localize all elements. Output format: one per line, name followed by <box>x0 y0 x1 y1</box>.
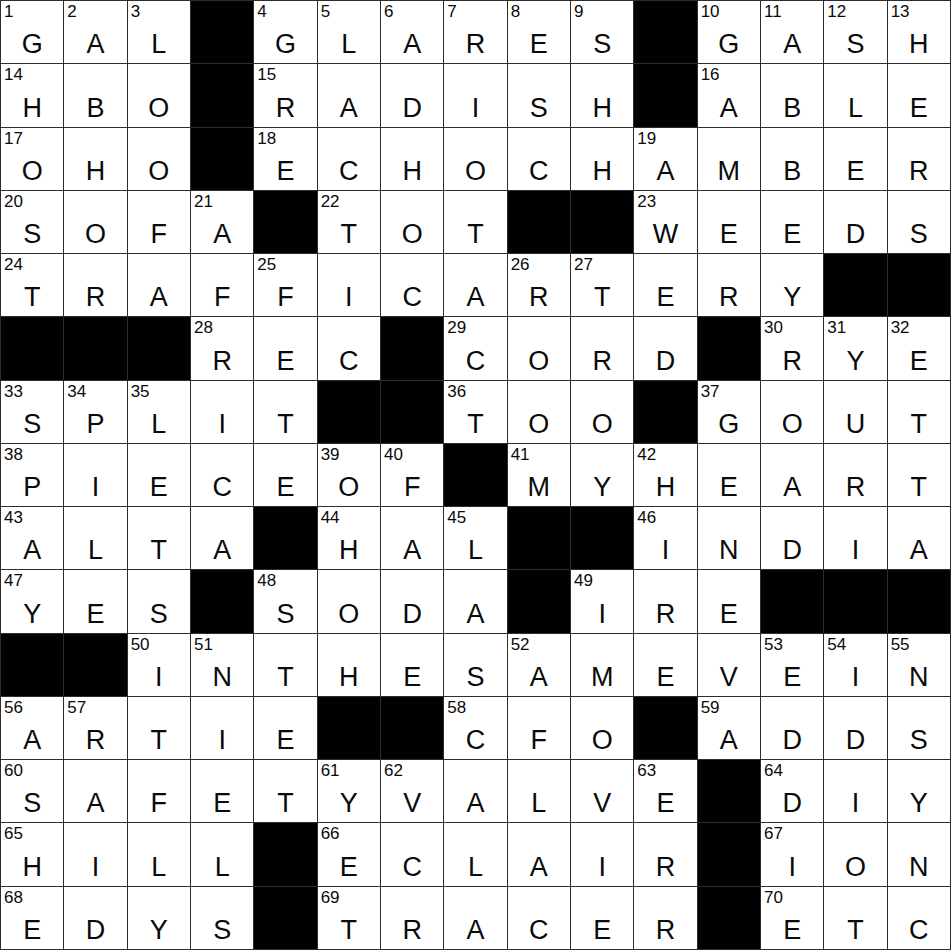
cell-r5c8[interactable]: A <box>444 254 506 316</box>
cell-r8c10[interactable]: Y <box>571 444 633 506</box>
cell-letter: E <box>254 474 316 501</box>
cell-r6c8[interactable]: 29C <box>444 317 506 379</box>
black-cell-r12c6 <box>318 697 380 759</box>
cell-letter: A <box>64 790 126 817</box>
cell-r15c7[interactable]: R <box>381 887 443 949</box>
clue-number: 33 <box>4 383 23 400</box>
cell-r14c6[interactable]: 66E <box>318 823 380 885</box>
cell-letter: S <box>191 917 253 944</box>
cell-r5c1[interactable]: 24T <box>1 254 63 316</box>
cell-r13c15[interactable]: Y <box>888 760 950 822</box>
cell-r4c6[interactable]: 22T <box>318 191 380 253</box>
cell-letter: E <box>634 284 696 311</box>
cell-letter: T <box>128 537 190 564</box>
cell-r10c5[interactable]: 48S <box>254 570 316 632</box>
cell-r8c7[interactable]: 40F <box>381 444 443 506</box>
cell-r11c9[interactable]: 52A <box>508 634 570 696</box>
cell-letter: O <box>1 158 63 185</box>
cell-r11c4[interactable]: 51N <box>191 634 253 696</box>
cell-r3c15[interactable]: R <box>888 128 950 190</box>
cell-letter: T <box>254 790 316 817</box>
cell-r10c1[interactable]: 47Y <box>1 570 63 632</box>
cell-r15c6[interactable]: 69T <box>318 887 380 949</box>
cell-letter: D <box>824 727 886 754</box>
cell-letter: O <box>128 95 190 122</box>
cell-r8c15[interactable]: T <box>888 444 950 506</box>
cell-letter: H <box>381 158 443 185</box>
clue-number: 39 <box>321 446 340 463</box>
cell-r7c1[interactable]: 33S <box>1 381 63 443</box>
cell-letter: A <box>64 31 126 58</box>
cell-r4c7[interactable]: O <box>381 191 443 253</box>
cell-r3c5[interactable]: 18E <box>254 128 316 190</box>
cell-letter: O <box>824 854 886 881</box>
cell-letter: A <box>761 31 823 58</box>
cell-r2c15[interactable]: E <box>888 64 950 126</box>
cell-letter: A <box>191 537 253 564</box>
cell-letter: E <box>381 664 443 691</box>
cell-letter: T <box>254 411 316 438</box>
cell-r4c3[interactable]: F <box>128 191 190 253</box>
cell-letter: T <box>444 411 506 438</box>
cell-r8c4[interactable]: C <box>191 444 253 506</box>
cell-r11c13[interactable]: 53E <box>761 634 823 696</box>
cell-r15c2[interactable]: D <box>64 887 126 949</box>
cell-r14c8[interactable]: L <box>444 823 506 885</box>
cell-r7c4[interactable]: I <box>191 381 253 443</box>
black-cell-r9c9 <box>508 507 570 569</box>
black-cell-r5c14 <box>824 254 886 316</box>
cell-r13c10[interactable]: V <box>571 760 633 822</box>
cell-letter: R <box>191 348 253 375</box>
cell-r13c2[interactable]: A <box>64 760 126 822</box>
cell-r12c15[interactable]: S <box>888 697 950 759</box>
clue-number: 17 <box>4 130 23 147</box>
cell-r13c5[interactable]: T <box>254 760 316 822</box>
cell-r12c9[interactable]: F <box>508 697 570 759</box>
cell-r11c14[interactable]: 54I <box>824 634 886 696</box>
cell-r10c2[interactable]: E <box>64 570 126 632</box>
cell-r11c3[interactable]: 50I <box>128 634 190 696</box>
cell-letter: O <box>508 411 570 438</box>
cell-letter: T <box>318 917 380 944</box>
cell-r5c5[interactable]: 25F <box>254 254 316 316</box>
cell-r1c2[interactable]: 2A <box>64 1 126 63</box>
cell-r3c12[interactable]: M <box>698 128 760 190</box>
clue-number: 20 <box>4 193 23 210</box>
cell-r9c3[interactable]: T <box>128 507 190 569</box>
cell-letter: F <box>128 221 190 248</box>
cell-r14c13[interactable]: 67I <box>761 823 823 885</box>
cell-r15c3[interactable]: Y <box>128 887 190 949</box>
cell-letter: L <box>318 31 380 58</box>
cell-r11c5[interactable]: T <box>254 634 316 696</box>
cell-r4c13[interactable]: E <box>761 191 823 253</box>
cell-r1c15[interactable]: 13H <box>888 1 950 63</box>
cell-r11c12[interactable]: V <box>698 634 760 696</box>
clue-number: 11 <box>764 3 782 20</box>
cell-r6c15[interactable]: 32E <box>888 317 950 379</box>
cell-r9c14[interactable]: I <box>824 507 886 569</box>
cell-r12c2[interactable]: 57R <box>64 697 126 759</box>
cell-r4c15[interactable]: S <box>888 191 950 253</box>
cell-letter: E <box>761 664 823 691</box>
cell-r15c10[interactable]: E <box>571 887 633 949</box>
cell-letter: B <box>761 158 823 185</box>
cell-letter: A <box>1 727 63 754</box>
cell-r1c1[interactable]: 1G <box>1 1 63 63</box>
cell-r11c8[interactable]: S <box>444 634 506 696</box>
cell-r7c9[interactable]: O <box>508 381 570 443</box>
cell-r3c13[interactable]: B <box>761 128 823 190</box>
cell-r8c3[interactable]: E <box>128 444 190 506</box>
cell-r7c10[interactable]: O <box>571 381 633 443</box>
cell-r4c4[interactable]: 21A <box>191 191 253 253</box>
cell-r6c13[interactable]: 30R <box>761 317 823 379</box>
cell-r7c15[interactable]: T <box>888 381 950 443</box>
cell-r3c3[interactable]: O <box>128 128 190 190</box>
cell-r9c13[interactable]: D <box>761 507 823 569</box>
clue-number: 61 <box>321 762 340 779</box>
cell-r13c1[interactable]: 60S <box>1 760 63 822</box>
cell-r12c4[interactable]: I <box>191 697 253 759</box>
cell-r14c7[interactable]: C <box>381 823 443 885</box>
cell-r5c7[interactable]: C <box>381 254 443 316</box>
cell-r8c1[interactable]: 38P <box>1 444 63 506</box>
cell-r10c11[interactable]: R <box>634 570 696 632</box>
cell-r2c2[interactable]: B <box>64 64 126 126</box>
cell-r10c10[interactable]: 49I <box>571 570 633 632</box>
clue-number: 22 <box>321 193 340 210</box>
cell-r9c6[interactable]: 44H <box>318 507 380 569</box>
cell-letter: I <box>128 664 190 691</box>
cell-letter: I <box>191 727 253 754</box>
clue-number: 35 <box>131 383 150 400</box>
cell-r12c8[interactable]: 58C <box>444 697 506 759</box>
cell-r15c13[interactable]: 70E <box>761 887 823 949</box>
cell-r3c6[interactable]: C <box>318 128 380 190</box>
cell-r5c3[interactable]: A <box>128 254 190 316</box>
cell-r9c12[interactable]: N <box>698 507 760 569</box>
cell-letter: E <box>1 917 63 944</box>
cell-r1c12[interactable]: 10G <box>698 1 760 63</box>
cell-r3c8[interactable]: O <box>444 128 506 190</box>
cell-r1c5[interactable]: 4G <box>254 1 316 63</box>
cell-letter: I <box>191 411 253 438</box>
black-cell-r12c11 <box>634 697 696 759</box>
clue-number: 9 <box>574 3 583 20</box>
cell-letter: S <box>128 601 190 628</box>
cell-r4c8[interactable]: T <box>444 191 506 253</box>
cell-r4c2[interactable]: O <box>64 191 126 253</box>
cell-r10c6[interactable]: O <box>318 570 380 632</box>
clue-number: 51 <box>194 636 213 653</box>
cell-r11c10[interactable]: M <box>571 634 633 696</box>
clue-number: 47 <box>4 572 23 589</box>
cell-r1c6[interactable]: 5L <box>318 1 380 63</box>
cell-letter: Y <box>318 790 380 817</box>
cell-r6c14[interactable]: 31Y <box>824 317 886 379</box>
cell-r13c4[interactable]: E <box>191 760 253 822</box>
cell-r12c1[interactable]: 56A <box>1 697 63 759</box>
cell-r14c3[interactable]: L <box>128 823 190 885</box>
cell-letter: O <box>444 158 506 185</box>
cell-r5c6[interactable]: I <box>318 254 380 316</box>
cell-r14c11[interactable]: R <box>634 823 696 885</box>
cell-letter: R <box>634 854 696 881</box>
cell-letter: R <box>634 601 696 628</box>
cell-r15c14[interactable]: T <box>824 887 886 949</box>
cell-r11c15[interactable]: 55N <box>888 634 950 696</box>
clue-number: 29 <box>447 319 466 336</box>
cell-r5c10[interactable]: 27T <box>571 254 633 316</box>
cell-letter: S <box>888 221 950 248</box>
clue-number: 53 <box>764 636 783 653</box>
cell-letter: C <box>888 917 950 944</box>
cell-r5c12[interactable]: R <box>698 254 760 316</box>
cell-r10c3[interactable]: S <box>128 570 190 632</box>
cell-r8c5[interactable]: E <box>254 444 316 506</box>
cell-letter: O <box>318 601 380 628</box>
cell-r15c15[interactable]: C <box>888 887 950 949</box>
cell-r2c3[interactable]: O <box>128 64 190 126</box>
cell-letter: F <box>508 727 570 754</box>
black-cell-r6c3 <box>128 317 190 379</box>
cell-letter: A <box>444 284 506 311</box>
cell-r12c13[interactable]: D <box>761 697 823 759</box>
cell-r2c14[interactable]: L <box>824 64 886 126</box>
cell-r3c9[interactable]: C <box>508 128 570 190</box>
cell-r1c14[interactable]: 12S <box>824 1 886 63</box>
cell-r8c11[interactable]: 42H <box>634 444 696 506</box>
cell-r2c5[interactable]: 15R <box>254 64 316 126</box>
cell-r6c11[interactable]: D <box>634 317 696 379</box>
cell-letter: T <box>1 284 63 311</box>
black-cell-r15c12 <box>698 887 760 949</box>
cell-r3c14[interactable]: E <box>824 128 886 190</box>
cell-r15c9[interactable]: C <box>508 887 570 949</box>
cell-r2c12[interactable]: 16A <box>698 64 760 126</box>
cell-r3c1[interactable]: 17O <box>1 128 63 190</box>
cell-r1c7[interactable]: 6A <box>381 1 443 63</box>
black-cell-r15c5 <box>254 887 316 949</box>
cell-letter: I <box>571 854 633 881</box>
cell-letter: V <box>571 790 633 817</box>
cell-letter: A <box>381 537 443 564</box>
black-cell-r10c15 <box>888 570 950 632</box>
cell-r9c8[interactable]: 45L <box>444 507 506 569</box>
clue-number: 67 <box>764 825 783 842</box>
cell-r13c3[interactable]: F <box>128 760 190 822</box>
black-cell-r5c15 <box>888 254 950 316</box>
cell-letter: Y <box>128 917 190 944</box>
cell-letter: H <box>318 664 380 691</box>
cell-letter: A <box>508 664 570 691</box>
cell-letter: I <box>318 284 380 311</box>
clue-number: 19 <box>637 130 656 147</box>
cell-r4c14[interactable]: D <box>824 191 886 253</box>
clue-number: 66 <box>321 825 340 842</box>
cell-r7c8[interactable]: 36T <box>444 381 506 443</box>
cell-r4c12[interactable]: E <box>698 191 760 253</box>
cell-r14c9[interactable]: A <box>508 823 570 885</box>
cell-letter: V <box>381 790 443 817</box>
cell-letter: A <box>128 284 190 311</box>
cell-r7c2[interactable]: 34P <box>64 381 126 443</box>
cell-r8c13[interactable]: A <box>761 444 823 506</box>
cell-r11c11[interactable]: E <box>634 634 696 696</box>
black-cell-r2c11 <box>634 64 696 126</box>
cell-letter: O <box>381 221 443 248</box>
cell-r10c7[interactable]: D <box>381 570 443 632</box>
cell-r15c11[interactable]: R <box>634 887 696 949</box>
cell-r12c5[interactable]: E <box>254 697 316 759</box>
cell-letter: E <box>824 158 886 185</box>
clue-number: 56 <box>4 699 23 716</box>
cell-r5c4[interactable]: F <box>191 254 253 316</box>
cell-r4c1[interactable]: 20S <box>1 191 63 253</box>
black-cell-r11c2 <box>64 634 126 696</box>
cell-r11c7[interactable]: E <box>381 634 443 696</box>
clue-number: 50 <box>131 636 150 653</box>
cell-letter: A <box>888 537 950 564</box>
cell-r10c8[interactable]: A <box>444 570 506 632</box>
cell-r13c7[interactable]: 62V <box>381 760 443 822</box>
cell-letter: I <box>824 664 886 691</box>
cell-r12c3[interactable]: T <box>128 697 190 759</box>
cell-letter: Y <box>888 790 950 817</box>
cell-letter: T <box>824 917 886 944</box>
cell-letter: A <box>444 601 506 628</box>
cell-r6c10[interactable]: R <box>571 317 633 379</box>
cell-letter: L <box>508 790 570 817</box>
cell-r8c12[interactable]: E <box>698 444 760 506</box>
cell-r7c5[interactable]: T <box>254 381 316 443</box>
cell-letter: A <box>444 790 506 817</box>
cell-r9c11[interactable]: 46I <box>634 507 696 569</box>
cell-r6c6[interactable]: C <box>318 317 380 379</box>
cell-r14c14[interactable]: O <box>824 823 886 885</box>
cell-r1c3[interactable]: 3L <box>128 1 190 63</box>
cell-letter: W <box>634 221 696 248</box>
cell-letter: Y <box>571 474 633 501</box>
cell-r1c13[interactable]: 11A <box>761 1 823 63</box>
cell-r3c10[interactable]: H <box>571 128 633 190</box>
cell-r9c7[interactable]: A <box>381 507 443 569</box>
cell-r4c11[interactable]: 23W <box>634 191 696 253</box>
cell-letter: B <box>64 95 126 122</box>
cell-r12c14[interactable]: D <box>824 697 886 759</box>
cell-r14c2[interactable]: I <box>64 823 126 885</box>
clue-number: 40 <box>384 446 403 463</box>
cell-letter: C <box>444 727 506 754</box>
cell-letter: D <box>64 917 126 944</box>
cell-r9c4[interactable]: A <box>191 507 253 569</box>
cell-r9c1[interactable]: 43A <box>1 507 63 569</box>
cell-r6c4[interactable]: 28R <box>191 317 253 379</box>
cell-r9c15[interactable]: A <box>888 507 950 569</box>
cell-r1c9[interactable]: 8E <box>508 1 570 63</box>
cell-r1c10[interactable]: 9S <box>571 1 633 63</box>
cell-r2c9[interactable]: S <box>508 64 570 126</box>
cell-r12c10[interactable]: O <box>571 697 633 759</box>
cell-r10c12[interactable]: E <box>698 570 760 632</box>
cell-r5c13[interactable]: Y <box>761 254 823 316</box>
clue-number: 42 <box>637 446 656 463</box>
clue-number: 58 <box>447 699 466 716</box>
cell-r8c2[interactable]: I <box>64 444 126 506</box>
cell-r2c7[interactable]: D <box>381 64 443 126</box>
cell-r3c2[interactable]: H <box>64 128 126 190</box>
cell-r2c8[interactable]: I <box>444 64 506 126</box>
cell-r8c6[interactable]: 39O <box>318 444 380 506</box>
black-cell-r2c4 <box>191 64 253 126</box>
clue-number: 46 <box>637 509 656 526</box>
cell-letter: C <box>508 917 570 944</box>
cell-r14c1[interactable]: 65H <box>1 823 63 885</box>
cell-r11c6[interactable]: H <box>318 634 380 696</box>
cell-r2c10[interactable]: H <box>571 64 633 126</box>
cell-letter: E <box>698 601 760 628</box>
cell-r15c8[interactable]: A <box>444 887 506 949</box>
black-cell-r3c4 <box>191 128 253 190</box>
cell-r1c8[interactable]: 7R <box>444 1 506 63</box>
cell-r8c9[interactable]: 41M <box>508 444 570 506</box>
cell-letter: B <box>761 95 823 122</box>
clue-number: 1 <box>4 3 13 20</box>
cell-r5c2[interactable]: R <box>64 254 126 316</box>
cell-r13c8[interactable]: A <box>444 760 506 822</box>
cell-r12c12[interactable]: 59A <box>698 697 760 759</box>
cell-letter: H <box>1 854 63 881</box>
cell-r2c13[interactable]: B <box>761 64 823 126</box>
cell-r13c13[interactable]: 64D <box>761 760 823 822</box>
cell-r7c13[interactable]: O <box>761 381 823 443</box>
cell-r8c14[interactable]: R <box>824 444 886 506</box>
cell-r6c9[interactable]: O <box>508 317 570 379</box>
cell-r5c9[interactable]: 26R <box>508 254 570 316</box>
cell-r14c15[interactable]: N <box>888 823 950 885</box>
cell-r7c3[interactable]: 35L <box>128 381 190 443</box>
clue-number: 31 <box>827 319 846 336</box>
cell-r13c9[interactable]: L <box>508 760 570 822</box>
cell-r13c11[interactable]: 63E <box>634 760 696 822</box>
cell-r13c14[interactable]: I <box>824 760 886 822</box>
cell-letter: M <box>508 474 570 501</box>
cell-r14c10[interactable]: I <box>571 823 633 885</box>
cell-letter: I <box>761 854 823 881</box>
cell-r6c5[interactable]: E <box>254 317 316 379</box>
cell-r7c12[interactable]: 37G <box>698 381 760 443</box>
cell-r2c1[interactable]: 14H <box>1 64 63 126</box>
cell-r14c4[interactable]: L <box>191 823 253 885</box>
cell-r9c2[interactable]: L <box>64 507 126 569</box>
cell-r13c6[interactable]: 61Y <box>318 760 380 822</box>
cell-r15c4[interactable]: S <box>191 887 253 949</box>
cell-r3c11[interactable]: 19A <box>634 128 696 190</box>
cell-r7c14[interactable]: U <box>824 381 886 443</box>
cell-r2c6[interactable]: A <box>318 64 380 126</box>
cell-letter: H <box>888 31 950 58</box>
cell-letter: I <box>444 95 506 122</box>
cell-r3c7[interactable]: H <box>381 128 443 190</box>
cell-r15c1[interactable]: 68E <box>1 887 63 949</box>
clue-number: 28 <box>194 319 213 336</box>
cell-letter: E <box>191 790 253 817</box>
cell-r5c11[interactable]: E <box>634 254 696 316</box>
clue-number: 13 <box>891 3 910 20</box>
clue-number: 69 <box>321 889 340 906</box>
